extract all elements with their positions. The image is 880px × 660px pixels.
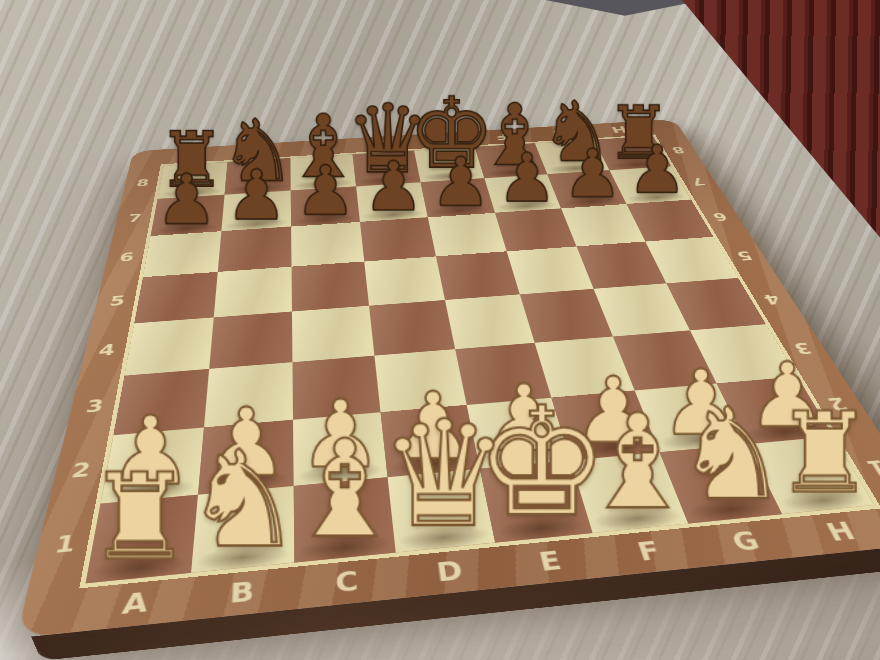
square-b4[interactable] <box>209 312 292 369</box>
file-label-bottom-a: A <box>78 581 191 627</box>
square-a7[interactable]: ♟ <box>151 195 225 236</box>
white-knight[interactable]: ♞ <box>184 434 304 567</box>
square-b1[interactable]: ♞ <box>191 486 294 573</box>
square-d6[interactable] <box>360 217 436 261</box>
square-c4[interactable] <box>292 306 374 362</box>
black-pawn[interactable]: ♟ <box>431 149 491 216</box>
file-label-bottom-b: B <box>187 570 295 615</box>
square-b5[interactable] <box>214 267 292 318</box>
square-c7[interactable]: ♟ <box>291 186 360 226</box>
square-c5[interactable] <box>292 261 370 311</box>
file-label-bottom-e: E <box>497 540 605 583</box>
white-rook[interactable]: ♜ <box>775 398 874 509</box>
black-pawn[interactable]: ♟ <box>497 145 557 212</box>
white-rook[interactable]: ♜ <box>87 458 193 577</box>
square-d4[interactable] <box>369 300 455 356</box>
square-a6[interactable] <box>143 231 221 277</box>
square-c6[interactable] <box>291 222 364 267</box>
scene: ABCDEFGH ABCDEFGH 87654321 87654321 ♜♞♝♛… <box>0 0 880 660</box>
square-grid: ♜♞♝♛♚♝♞♜♟♟♟♟♟♟♟♟♟♟♟♟♟♟♟♟♜♞♝♛♚♝♞♜ <box>86 136 875 583</box>
square-a5[interactable] <box>134 272 217 324</box>
square-f5[interactable] <box>507 246 594 294</box>
square-a1[interactable]: ♜ <box>86 495 198 584</box>
square-b6[interactable] <box>218 227 292 272</box>
square-e4[interactable] <box>445 294 535 349</box>
black-pawn[interactable]: ♟ <box>156 165 218 234</box>
square-d5[interactable] <box>364 256 445 305</box>
square-e7[interactable]: ♟ <box>421 178 495 217</box>
square-e6[interactable] <box>428 213 507 257</box>
chess-board: ABCDEFGH ABCDEFGH 87654321 87654321 ♜♞♝♛… <box>16 119 880 638</box>
black-pawn[interactable]: ♟ <box>226 161 288 230</box>
square-f7[interactable]: ♟ <box>484 174 561 213</box>
black-pawn[interactable]: ♟ <box>563 141 623 208</box>
file-label-bottom-c: C <box>295 560 401 604</box>
square-f4[interactable] <box>520 289 613 343</box>
file-label-bottom-f: F <box>595 531 704 573</box>
square-c1[interactable]: ♝ <box>294 477 396 562</box>
black-pawn[interactable]: ♟ <box>363 153 424 221</box>
playing-area: ♜♞♝♛♚♝♞♜♟♟♟♟♟♟♟♟♟♟♟♟♟♟♟♟♜♞♝♛♚♝♞♜ <box>79 134 880 588</box>
square-e5[interactable] <box>436 251 520 300</box>
square-b7[interactable]: ♟ <box>221 191 291 232</box>
perspective-wrapper: ABCDEFGH ABCDEFGH 87654321 87654321 ♜♞♝♛… <box>0 0 880 660</box>
square-d7[interactable]: ♟ <box>356 182 428 222</box>
square-f6[interactable] <box>495 208 577 251</box>
square-a4[interactable] <box>125 317 214 375</box>
file-label-bottom-h: H <box>786 512 880 552</box>
black-pawn[interactable]: ♟ <box>295 157 356 225</box>
file-label-bottom-d: D <box>397 550 504 594</box>
file-label-bottom-g: G <box>691 521 801 562</box>
square-g7[interactable]: ♟ <box>547 170 626 208</box>
